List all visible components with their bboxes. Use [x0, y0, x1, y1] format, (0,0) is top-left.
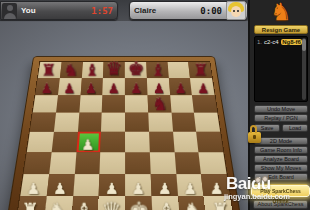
watermark-dot: [255, 177, 261, 183]
app-logo: ♞: [254, 0, 308, 24]
black-bishop-c8[interactable]: ♝: [85, 62, 100, 78]
square-a8[interactable]: ♜: [38, 62, 62, 78]
scrollbar-thumb[interactable]: [302, 39, 306, 51]
jingyan-watermark: jingyan.baidu.com: [224, 192, 290, 201]
white-knight-g1[interactable]: ♞: [184, 201, 202, 210]
white-bishop-c1[interactable]: ♝: [75, 201, 93, 210]
square-b6[interactable]: [56, 95, 80, 113]
move-list[interactable]: 1. c2-c4 Ng8-f6: [254, 36, 308, 102]
black-pawn-a7[interactable]: ♟: [41, 82, 53, 95]
square-e3[interactable]: [125, 152, 150, 174]
square-d2[interactable]: ♟: [99, 174, 125, 197]
white-rook-h1[interactable]: ♜: [211, 201, 229, 210]
square-g8[interactable]: [167, 62, 190, 78]
square-h7[interactable]: ♟: [190, 78, 214, 95]
square-g2[interactable]: ♟: [176, 174, 204, 197]
save-button[interactable]: Save: [254, 124, 280, 132]
black-knight-f6[interactable]: ♞: [152, 95, 168, 112]
black-pawn-g7[interactable]: ♟: [175, 82, 187, 95]
square-g6[interactable]: [170, 95, 194, 113]
watermark-dot: [262, 176, 268, 182]
square-c6[interactable]: [79, 95, 103, 113]
black-rook-a8[interactable]: ♜: [41, 62, 56, 78]
square-f5[interactable]: [148, 113, 173, 132]
square-h8[interactable]: ♜: [188, 62, 212, 78]
sparkchess-window: You 1:57 Claire 0:00 ♜♞♝♛♚♝♜♟♟♟♟♟♟♟♟♞♟♟♟…: [0, 0, 310, 210]
white-pawn-d2[interactable]: ♟: [105, 181, 119, 196]
square-d8[interactable]: ♛: [103, 62, 125, 78]
square-g7[interactable]: ♟: [168, 78, 192, 95]
square-f6[interactable]: ♞: [147, 95, 171, 113]
white-pawn-b2[interactable]: ♟: [53, 181, 67, 196]
square-h4[interactable]: [196, 132, 223, 152]
square-e4[interactable]: [125, 132, 150, 152]
avatar-eye: [237, 10, 239, 12]
square-b1[interactable]: ♞: [44, 197, 73, 210]
black-pawn-c7[interactable]: ♟: [85, 82, 97, 95]
square-g1[interactable]: ♞: [178, 197, 207, 210]
square-a1[interactable]: ♜: [16, 197, 46, 210]
avatar-eye: [233, 10, 235, 12]
load-button[interactable]: Load: [282, 124, 308, 132]
white-knight-b1[interactable]: ♞: [48, 201, 66, 210]
square-c5[interactable]: [77, 113, 101, 132]
black-pawn-d7[interactable]: ♟: [108, 82, 120, 95]
square-a5[interactable]: [30, 113, 56, 132]
2d-mode-button[interactable]: 2D Mode: [254, 137, 308, 145]
square-b5[interactable]: [54, 113, 79, 132]
resign-game-button[interactable]: Resign Game: [254, 25, 308, 34]
square-b4[interactable]: [51, 132, 77, 152]
square-b8[interactable]: ♞: [60, 62, 83, 78]
square-d3[interactable]: [100, 152, 125, 174]
square-d7[interactable]: ♟: [103, 78, 125, 95]
black-pawn-b7[interactable]: ♟: [63, 82, 75, 95]
square-c4[interactable]: ♟: [76, 132, 101, 152]
white-king-e1[interactable]: ♚: [128, 199, 149, 210]
black-rook-h8[interactable]: ♜: [194, 62, 209, 78]
replay-pgn-button[interactable]: Replay / PGN: [254, 114, 308, 122]
square-e2[interactable]: ♟: [125, 174, 151, 197]
square-a6[interactable]: [33, 95, 58, 113]
square-h6[interactable]: [192, 95, 217, 113]
square-g5[interactable]: [171, 113, 196, 132]
square-h3[interactable]: [199, 152, 227, 174]
move-list-scrollbar[interactable]: [302, 38, 306, 100]
square-b2[interactable]: ♟: [46, 174, 74, 197]
square-a4[interactable]: [27, 132, 54, 152]
black-queen-d8[interactable]: ♛: [106, 60, 122, 78]
move-black-selected[interactable]: Ng8-f6: [281, 39, 303, 45]
square-d5[interactable]: [101, 113, 125, 132]
square-g4[interactable]: [173, 132, 199, 152]
black-knight-b8[interactable]: ♞: [63, 62, 78, 78]
square-e5[interactable]: [125, 113, 149, 132]
square-a7[interactable]: ♟: [35, 78, 59, 95]
square-f3[interactable]: [150, 152, 176, 174]
move-row[interactable]: 1. c2-c4 Ng8-f6: [255, 37, 307, 45]
black-pawn-h7[interactable]: ♟: [197, 82, 209, 95]
white-pawn-c4[interactable]: ♟: [82, 138, 95, 152]
game-room-info-button[interactable]: Game Room Info: [254, 146, 308, 154]
square-d6[interactable]: [102, 95, 125, 113]
white-pawn-f2[interactable]: ♟: [158, 181, 172, 196]
board-scene: ♜♞♝♛♚♝♜♟♟♟♟♟♟♟♟♞♟♟♟♟♟♟♟♟♜♞♝♛♚♝♞♜: [0, 14, 248, 210]
move-number: 1.: [257, 39, 262, 45]
white-queen-d1[interactable]: ♛: [101, 199, 122, 210]
square-f2[interactable]: ♟: [150, 174, 177, 197]
square-c1[interactable]: ♝: [71, 197, 99, 210]
white-bishop-f1[interactable]: ♝: [157, 201, 175, 210]
analyze-board-button[interactable]: Analyze Board: [254, 155, 308, 163]
square-e7[interactable]: ♟: [125, 78, 147, 95]
knight-icon: ♞: [270, 0, 292, 26]
lock-icon: [248, 132, 261, 143]
chess-board[interactable]: ♜♞♝♛♚♝♜♟♟♟♟♟♟♟♟♞♟♟♟♟♟♟♟♟♜♞♝♛♚♝♞♜: [15, 61, 235, 210]
square-f8[interactable]: ♝: [146, 62, 168, 78]
square-f4[interactable]: [149, 132, 174, 152]
square-c3[interactable]: [74, 152, 100, 174]
square-f1[interactable]: ♝: [151, 197, 179, 210]
square-c7[interactable]: ♟: [80, 78, 103, 95]
move-white[interactable]: c2-c4: [264, 39, 279, 45]
black-bishop-f8[interactable]: ♝: [150, 62, 165, 78]
white-pawn-g2[interactable]: ♟: [184, 181, 198, 196]
square-a2[interactable]: ♟: [20, 174, 49, 197]
undo-move-button[interactable]: Undo Move: [254, 105, 308, 113]
square-g3[interactable]: [174, 152, 201, 174]
black-king-e8[interactable]: ♚: [128, 60, 144, 78]
square-h5[interactable]: [194, 113, 220, 132]
white-rook-a1[interactable]: ♜: [21, 201, 39, 210]
white-pawn-e2[interactable]: ♟: [131, 181, 145, 196]
square-d4[interactable]: [100, 132, 125, 152]
board-frame: ♜♞♝♛♚♝♜♟♟♟♟♟♟♟♟♞♟♟♟♟♟♟♟♟♜♞♝♛♚♝♞♜: [5, 56, 243, 210]
square-b3[interactable]: [49, 152, 76, 174]
square-e1[interactable]: ♚: [125, 197, 152, 210]
square-c2[interactable]: [73, 174, 100, 197]
black-pawn-e7[interactable]: ♟: [130, 82, 142, 95]
show-my-moves-button[interactable]: Show My Moves: [254, 164, 308, 172]
square-b7[interactable]: ♟: [58, 78, 82, 95]
square-e6[interactable]: [125, 95, 148, 113]
square-e8[interactable]: ♚: [125, 62, 147, 78]
white-pawn-h2[interactable]: ♟: [210, 181, 224, 196]
white-pawn-a2[interactable]: ♟: [26, 181, 40, 196]
square-a3[interactable]: [24, 152, 52, 174]
square-c8[interactable]: ♝: [81, 62, 103, 78]
square-d1[interactable]: ♛: [98, 197, 125, 210]
